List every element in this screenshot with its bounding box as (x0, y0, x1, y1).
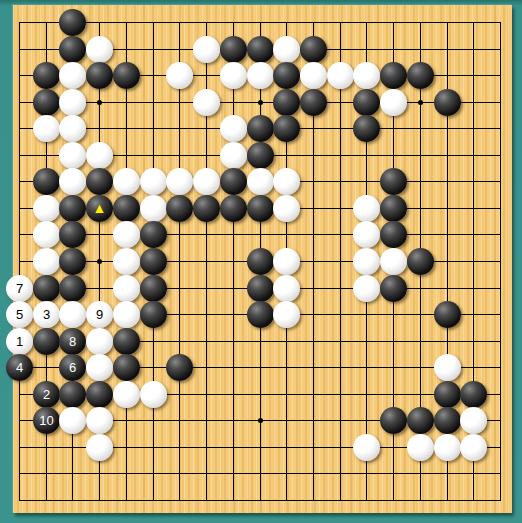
black-stone (140, 221, 167, 248)
white-stone (59, 142, 86, 169)
black-stone (353, 115, 380, 142)
black-stone (59, 275, 86, 302)
move-number-label: 1 (6, 328, 33, 355)
white-stone (247, 168, 274, 195)
move-number-label: 4 (6, 354, 33, 381)
white-stone (33, 221, 60, 248)
white-stone (86, 328, 113, 355)
white-stone (407, 434, 434, 461)
white-stone (273, 301, 300, 328)
white-stone (86, 36, 113, 63)
grid-line-vertical (340, 22, 341, 501)
white-stone (460, 434, 487, 461)
black-stone (300, 89, 327, 116)
white-stone (113, 275, 140, 302)
black-stone (33, 62, 60, 89)
black-stone (460, 381, 487, 408)
black-stone (59, 195, 86, 222)
white-stone (140, 381, 167, 408)
black-stone (273, 89, 300, 116)
white-stone (59, 301, 86, 328)
white-stone (353, 248, 380, 275)
black-stone (380, 195, 407, 222)
grid-line-horizontal (19, 500, 501, 501)
black-stone (193, 195, 220, 222)
black-stone (247, 142, 274, 169)
black-stone (113, 62, 140, 89)
black-stone (113, 195, 140, 222)
black-stone (247, 248, 274, 275)
black-stone (59, 381, 86, 408)
goban[interactable]: 12345678910▲ (13, 5, 512, 513)
white-stone (327, 62, 354, 89)
star-point (97, 100, 102, 105)
white-stone (273, 275, 300, 302)
white-stone (193, 36, 220, 63)
black-stone (273, 115, 300, 142)
white-stone (140, 195, 167, 222)
white-stone (353, 275, 380, 302)
black-stone (407, 407, 434, 434)
white-stone (434, 354, 461, 381)
white-stone (193, 168, 220, 195)
black-stone (33, 168, 60, 195)
black-stone (247, 36, 274, 63)
move-number-label: 3 (33, 301, 60, 328)
black-stone (59, 9, 86, 36)
move-number-label: 5 (6, 301, 33, 328)
black-stone (59, 248, 86, 275)
black-stone (166, 195, 193, 222)
black-stone (33, 275, 60, 302)
black-stone (220, 195, 247, 222)
black-stone (33, 89, 60, 116)
black-stone (220, 168, 247, 195)
white-stone (33, 248, 60, 275)
black-stone (86, 168, 113, 195)
black-stone (380, 168, 407, 195)
white-stone (140, 168, 167, 195)
black-stone (247, 195, 274, 222)
white-stone (113, 248, 140, 275)
white-stone (434, 434, 461, 461)
white-stone (353, 195, 380, 222)
black-stone (33, 328, 60, 355)
white-stone (247, 62, 274, 89)
white-stone (460, 407, 487, 434)
white-stone (86, 354, 113, 381)
white-stone (273, 195, 300, 222)
black-stone (247, 275, 274, 302)
star-point (97, 259, 102, 264)
black-stone (220, 36, 247, 63)
black-stone (380, 221, 407, 248)
white-stone (59, 62, 86, 89)
white-stone (193, 89, 220, 116)
black-stone (380, 275, 407, 302)
move-number-label: 2 (33, 381, 60, 408)
white-stone (59, 115, 86, 142)
triangle-marker-icon: ▲ (86, 195, 113, 222)
move-number-label: 9 (86, 301, 113, 328)
white-stone (166, 62, 193, 89)
black-stone (113, 328, 140, 355)
black-stone (86, 62, 113, 89)
black-stone (113, 354, 140, 381)
black-stone (247, 301, 274, 328)
black-stone (434, 381, 461, 408)
black-stone (407, 248, 434, 275)
black-stone (380, 62, 407, 89)
black-stone (140, 275, 167, 302)
star-point (258, 418, 263, 423)
white-stone (353, 62, 380, 89)
white-stone (353, 221, 380, 248)
white-stone (113, 381, 140, 408)
white-stone (353, 434, 380, 461)
grid-line-vertical (500, 22, 501, 501)
black-stone (434, 407, 461, 434)
black-stone (273, 62, 300, 89)
move-number-label: 7 (6, 275, 33, 302)
grid-line-horizontal (19, 473, 501, 474)
white-stone (273, 248, 300, 275)
white-stone (113, 168, 140, 195)
white-stone (273, 36, 300, 63)
black-stone (166, 354, 193, 381)
white-stone (220, 115, 247, 142)
white-stone (113, 301, 140, 328)
white-stone (380, 89, 407, 116)
move-number-label: 8 (59, 328, 86, 355)
move-number-label: 6 (59, 354, 86, 381)
white-stone (273, 168, 300, 195)
black-stone (300, 36, 327, 63)
white-stone (300, 62, 327, 89)
black-stone (380, 407, 407, 434)
black-stone (247, 115, 274, 142)
white-stone (59, 168, 86, 195)
black-stone (140, 248, 167, 275)
black-stone (140, 301, 167, 328)
black-stone (434, 89, 461, 116)
white-stone (59, 407, 86, 434)
white-stone (86, 407, 113, 434)
black-stone (353, 89, 380, 116)
white-stone (86, 434, 113, 461)
black-stone (59, 221, 86, 248)
white-stone (166, 168, 193, 195)
star-point (418, 100, 423, 105)
white-stone (220, 142, 247, 169)
black-stone (86, 381, 113, 408)
white-stone (86, 142, 113, 169)
white-stone (59, 89, 86, 116)
white-stone (33, 195, 60, 222)
black-stone (407, 62, 434, 89)
black-stone (434, 301, 461, 328)
move-number-label: 10 (33, 407, 60, 434)
black-stone (59, 36, 86, 63)
board-window: 12345678910▲ (0, 0, 522, 523)
star-point (258, 100, 263, 105)
white-stone (33, 115, 60, 142)
white-stone (220, 62, 247, 89)
white-stone (113, 221, 140, 248)
white-stone (380, 248, 407, 275)
